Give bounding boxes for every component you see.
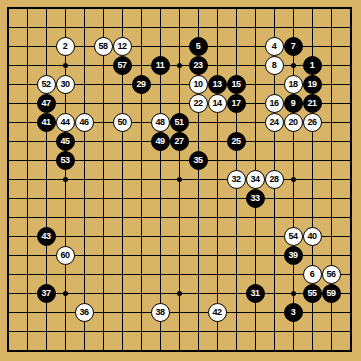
stone-black-15-N15: 15 — [227, 75, 246, 94]
stone-white-38-J3: 38 — [151, 303, 170, 322]
stone-white-14-M14: 14 — [208, 94, 227, 113]
stone-white-12-G17: 12 — [113, 37, 132, 56]
stone-white-10-L15: 10 — [189, 75, 208, 94]
stone-white-60-D6: 60 — [56, 246, 75, 265]
stone-black-51-K13: 51 — [170, 113, 189, 132]
stone-white-46-E13: 46 — [75, 113, 94, 132]
stone-white-6-R5: 6 — [303, 265, 322, 284]
stone-white-2-D17: 2 — [56, 37, 75, 56]
stone-white-44-D13: 44 — [56, 113, 75, 132]
stone-white-50-G13: 50 — [113, 113, 132, 132]
stone-white-54-Q7: 54 — [284, 227, 303, 246]
stone-black-31-O4: 31 — [246, 284, 265, 303]
stone-white-24-P13: 24 — [265, 113, 284, 132]
stone-black-49-J12: 49 — [151, 132, 170, 151]
stone-white-28-P10: 28 — [265, 170, 284, 189]
stone-black-9-Q14: 9 — [284, 94, 303, 113]
stone-white-52-C15: 52 — [37, 75, 56, 94]
stone-white-42-M3: 42 — [208, 303, 227, 322]
stone-black-41-C13: 41 — [37, 113, 56, 132]
stone-white-16-P14: 16 — [265, 94, 284, 113]
stone-black-35-L11: 35 — [189, 151, 208, 170]
stone-black-53-D11: 53 — [56, 151, 75, 170]
stone-black-25-N12: 25 — [227, 132, 246, 151]
stone-white-20-Q13: 20 — [284, 113, 303, 132]
board-stones-layer: 1234567891011121314151617181920212223242… — [0, 0, 360, 360]
stone-white-30-D15: 30 — [56, 75, 75, 94]
stone-black-7-Q17: 7 — [284, 37, 303, 56]
stone-black-37-C4: 37 — [37, 284, 56, 303]
stone-white-34-O10: 34 — [246, 170, 265, 189]
stone-black-39-Q6: 39 — [284, 246, 303, 265]
go-board[interactable]: 1234567891011121314151617181920212223242… — [0, 0, 361, 361]
stone-black-3-Q3: 3 — [284, 303, 303, 322]
stone-black-11-J16: 11 — [151, 56, 170, 75]
stone-black-59-S4: 59 — [322, 284, 341, 303]
stone-black-43-C7: 43 — [37, 227, 56, 246]
stone-black-23-L16: 23 — [189, 56, 208, 75]
stone-black-21-R14: 21 — [303, 94, 322, 113]
stone-white-4-P17: 4 — [265, 37, 284, 56]
stone-white-40-R7: 40 — [303, 227, 322, 246]
stone-black-5-L17: 5 — [189, 37, 208, 56]
stone-white-56-S5: 56 — [322, 265, 341, 284]
stone-white-36-E3: 36 — [75, 303, 94, 322]
stone-black-33-O9: 33 — [246, 189, 265, 208]
stone-white-58-F17: 58 — [94, 37, 113, 56]
stone-white-48-J13: 48 — [151, 113, 170, 132]
stone-black-47-C14: 47 — [37, 94, 56, 113]
stone-black-19-R15: 19 — [303, 75, 322, 94]
stone-white-8-P16: 8 — [265, 56, 284, 75]
stone-black-55-R4: 55 — [303, 284, 322, 303]
stone-white-22-L14: 22 — [189, 94, 208, 113]
stone-black-13-M15: 13 — [208, 75, 227, 94]
stone-black-27-K12: 27 — [170, 132, 189, 151]
stone-black-29-H15: 29 — [132, 75, 151, 94]
stone-black-1-R16: 1 — [303, 56, 322, 75]
stone-black-57-G16: 57 — [113, 56, 132, 75]
stone-white-32-N10: 32 — [227, 170, 246, 189]
stone-black-45-D12: 45 — [56, 132, 75, 151]
stone-white-26-R13: 26 — [303, 113, 322, 132]
stone-black-17-N14: 17 — [227, 94, 246, 113]
stone-white-18-Q15: 18 — [284, 75, 303, 94]
